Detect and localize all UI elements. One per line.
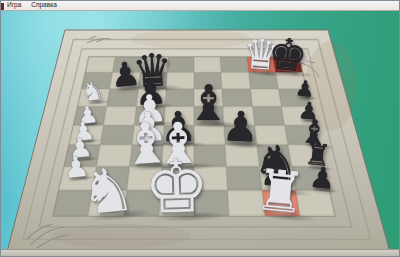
chess-titans-window: ♛♚♟♛♟♞♟♟♟♝♟♟♟♟♟♝♟♝♝♜♟♞♟♞♚♜ Игра Справка <box>0 0 400 257</box>
menu-bar: Игра Справка <box>1 1 399 11</box>
white-king-d1[interactable]: ♚ <box>139 148 214 223</box>
white-rook-glyph: ♜ <box>249 162 311 224</box>
white-knight-b1[interactable]: ♞ <box>74 157 141 224</box>
game-scene: ♛♚♟♛♟♞♟♟♟♝♟♟♟♟♟♝♟♝♝♜♟♞♟♞♚♜ <box>1 1 399 256</box>
white-king-glyph: ♚ <box>139 148 214 223</box>
white-knight-glyph: ♞ <box>74 157 141 224</box>
black-king-glyph: ♚ <box>263 30 311 78</box>
black-king-h8[interactable]: ♚ <box>263 30 311 78</box>
menu-item-help[interactable]: Справка <box>31 2 57 9</box>
window-accent-mark <box>1 3 4 10</box>
window-bottom-edge <box>1 249 399 256</box>
white-rook-g1[interactable]: ♜ <box>249 162 311 224</box>
square-e8[interactable] <box>194 57 221 72</box>
menu-item-game[interactable]: Игра <box>7 2 21 9</box>
